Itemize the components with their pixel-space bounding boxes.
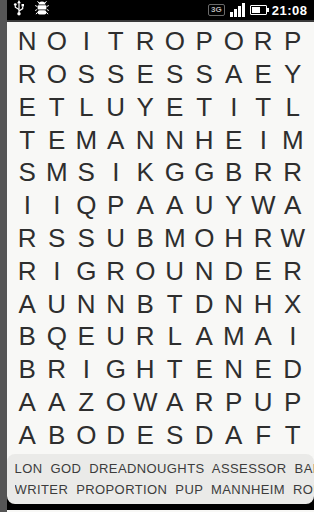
word-search-grid[interactable]: NOITROPORPROSSESSAEYETLUYETITLTEMANNHEIM… <box>7 22 314 454</box>
grid-cell-r10c10[interactable]: I <box>278 320 308 353</box>
grid-cell-r10c7[interactable]: A <box>190 320 220 353</box>
grid-cell-r7c5[interactable]: B <box>131 222 161 255</box>
grid-cell-r1c8[interactable]: O <box>219 25 249 58</box>
grid-cell-r13c7[interactable]: D <box>190 418 220 451</box>
grid-cell-r3c1[interactable]: E <box>13 91 43 124</box>
grid-cell-r12c8[interactable]: P <box>219 385 249 418</box>
grid-cell-r7c4[interactable]: U <box>101 222 131 255</box>
grid-cell-r11c3[interactable]: I <box>72 353 102 386</box>
grid-cell-r4c10[interactable]: M <box>278 123 308 156</box>
grid-cell-r7c7[interactable]: O <box>190 222 220 255</box>
grid-cell-r4c3[interactable]: M <box>72 123 102 156</box>
grid-cell-r1c9[interactable]: R <box>249 25 279 58</box>
grid-cell-r5c1[interactable]: S <box>13 156 43 189</box>
status-bar-left <box>13 0 50 20</box>
grid-cell-r6c9[interactable]: W <box>249 189 279 222</box>
grid-cell-r6c4[interactable]: P <box>101 189 131 222</box>
grid-cell-r1c3[interactable]: I <box>72 25 102 58</box>
grid-cell-r1c10[interactable]: P <box>278 25 308 58</box>
grid-cell-r6c10[interactable]: A <box>278 189 308 222</box>
grid-cell-r2c6[interactable]: S <box>160 58 190 91</box>
grid-cell-r6c5[interactable]: A <box>131 189 161 222</box>
status-bar: 3G 21:08 <box>7 0 314 22</box>
battery-icon <box>250 5 267 15</box>
grid-cell-r13c2[interactable]: B <box>42 418 72 451</box>
grid-cell-r9c6[interactable]: T <box>160 287 190 320</box>
grid-cell-r13c9[interactable]: F <box>249 418 279 451</box>
android-debug-icon <box>34 0 50 20</box>
grid-cell-r7c1[interactable]: R <box>13 222 43 255</box>
grid-cell-r8c2[interactable]: I <box>42 254 72 287</box>
grid-cell-r4c8[interactable]: E <box>219 123 249 156</box>
grid-cell-r5c8[interactable]: B <box>219 156 249 189</box>
grid-cell-r10c1[interactable]: B <box>13 320 43 353</box>
grid-cell-r11c5[interactable]: H <box>131 353 161 386</box>
grid-cell-r9c1[interactable]: A <box>13 287 43 320</box>
network-3g-icon: 3G <box>208 4 225 16</box>
grid-cell-r2c7[interactable]: S <box>190 58 220 91</box>
grid-cell-r3c3[interactable]: L <box>72 91 102 124</box>
grid-cell-r13c6[interactable]: S <box>160 418 190 451</box>
grid-cell-r12c5[interactable]: W <box>131 385 161 418</box>
status-bar-right: 3G 21:08 <box>208 3 307 18</box>
grid-cell-r4c2[interactable]: E <box>42 123 72 156</box>
grid-cell-r12c2[interactable]: A <box>42 385 72 418</box>
grid-cell-r7c2[interactable]: S <box>42 222 72 255</box>
grid-cell-r5c2[interactable]: M <box>42 156 72 189</box>
grid-cell-r4c4[interactable]: A <box>101 123 131 156</box>
grid-cell-r7c9[interactable]: R <box>249 222 279 255</box>
grid-cell-r7c10[interactable]: W <box>278 222 308 255</box>
grid-cell-r11c6[interactable]: T <box>160 353 190 386</box>
grid-cell-r1c4[interactable]: T <box>101 25 131 58</box>
grid-cell-r2c5[interactable]: E <box>131 58 161 91</box>
word-list-line-2: WRITER PROPORTION PUP MANNHEIM ROUNDER <box>15 479 314 500</box>
grid-cell-r13c8[interactable]: A <box>219 418 249 451</box>
grid-cell-r10c8[interactable]: M <box>219 320 249 353</box>
grid-cell-r13c5[interactable]: E <box>131 418 161 451</box>
grid-cell-r3c4[interactable]: U <box>101 91 131 124</box>
grid-cell-r9c5[interactable]: B <box>131 287 161 320</box>
grid-cell-r8c4[interactable]: R <box>101 254 131 287</box>
grid-cell-r1c6[interactable]: O <box>160 25 190 58</box>
grid-cell-r1c7[interactable]: P <box>190 25 220 58</box>
grid-cell-r1c1[interactable]: N <box>13 25 43 58</box>
grid-cell-r8c9[interactable]: E <box>249 254 279 287</box>
grid-cell-r9c2[interactable]: U <box>42 287 72 320</box>
grid-cell-r8c5[interactable]: O <box>131 254 161 287</box>
grid-cell-r9c4[interactable]: N <box>101 287 131 320</box>
grid-cell-r8c6[interactable]: U <box>160 254 190 287</box>
grid-cell-r4c1[interactable]: T <box>13 123 43 156</box>
grid-cell-r9c3[interactable]: N <box>72 287 102 320</box>
grid-cell-r5c3[interactable]: S <box>72 156 102 189</box>
grid-cell-r1c5[interactable]: R <box>131 25 161 58</box>
grid-cell-r5c10[interactable]: R <box>278 156 308 189</box>
grid-cell-r9c9[interactable]: H <box>249 287 279 320</box>
grid-cell-r8c10[interactable]: R <box>278 254 308 287</box>
grid-cell-r4c6[interactable]: N <box>160 123 190 156</box>
grid-cell-r3c7[interactable]: T <box>190 91 220 124</box>
grid-cell-r12c10[interactable]: P <box>278 385 308 418</box>
grid-cell-r11c8[interactable]: N <box>219 353 249 386</box>
grid-cell-r2c8[interactable]: A <box>219 58 249 91</box>
grid-cell-r13c1[interactable]: A <box>13 418 43 451</box>
grid-cell-r7c6[interactable]: M <box>160 222 190 255</box>
grid-cell-r2c10[interactable]: Y <box>278 58 308 91</box>
grid-cell-r5c7[interactable]: G <box>190 156 220 189</box>
grid-cell-r12c3[interactable]: Z <box>72 385 102 418</box>
grid-cell-r8c7[interactable]: N <box>190 254 220 287</box>
grid-cell-r2c1[interactable]: R <box>13 58 43 91</box>
grid-cell-r13c3[interactable]: O <box>72 418 102 451</box>
grid-cell-r8c8[interactable]: D <box>219 254 249 287</box>
grid-cell-r12c4[interactable]: O <box>101 385 131 418</box>
word-list-panel: LON GOD DREADNOUGHTS ASSESSOR BARQUISIME… <box>7 454 314 504</box>
grid-cell-r10c6[interactable]: L <box>160 320 190 353</box>
status-clock: 21:08 <box>272 3 308 18</box>
grid-cell-r3c9[interactable]: T <box>249 91 279 124</box>
grid-cell-r2c9[interactable]: E <box>249 58 279 91</box>
grid-cell-r7c8[interactable]: H <box>219 222 249 255</box>
grid-cell-r2c3[interactable]: S <box>72 58 102 91</box>
grid-cell-r6c8[interactable]: Y <box>219 189 249 222</box>
grid-cell-r3c2[interactable]: T <box>42 91 72 124</box>
grid-cell-r3c6[interactable]: E <box>160 91 190 124</box>
grid-cell-r10c9[interactable]: A <box>249 320 279 353</box>
grid-cell-r13c10[interactable]: T <box>278 418 308 451</box>
grid-cell-r5c4[interactable]: I <box>101 156 131 189</box>
grid-cell-r11c9[interactable]: E <box>249 353 279 386</box>
grid-cell-r11c2[interactable]: R <box>42 353 72 386</box>
grid-cell-r6c7[interactable]: U <box>190 189 220 222</box>
grid-cell-r3c10[interactable]: L <box>278 91 308 124</box>
grid-cell-r6c2[interactable]: I <box>42 189 72 222</box>
grid-cell-r2c4[interactable]: S <box>101 58 131 91</box>
grid-cell-r5c5[interactable]: K <box>131 156 161 189</box>
grid-cell-r9c8[interactable]: N <box>219 287 249 320</box>
grid-cell-r6c6[interactable]: A <box>160 189 190 222</box>
grid-cell-r5c9[interactable]: R <box>249 156 279 189</box>
grid-cell-r7c3[interactable]: S <box>72 222 102 255</box>
grid-cell-r4c7[interactable]: H <box>190 123 220 156</box>
grid-cell-r10c3[interactable]: E <box>72 320 102 353</box>
grid-cell-r11c7[interactable]: E <box>190 353 220 386</box>
grid-cell-r12c1[interactable]: A <box>13 385 43 418</box>
grid-cell-r4c9[interactable]: I <box>249 123 279 156</box>
grid-cell-r3c8[interactable]: I <box>219 91 249 124</box>
grid-cell-r8c1[interactable]: R <box>13 254 43 287</box>
grid-cell-r11c10[interactable]: D <box>278 353 308 386</box>
grid-cell-r3c5[interactable]: Y <box>131 91 161 124</box>
grid-cell-r9c10[interactable]: X <box>278 287 308 320</box>
grid-cell-r4c5[interactable]: N <box>131 123 161 156</box>
grid-cell-r12c9[interactable]: U <box>249 385 279 418</box>
grid-cell-r12c6[interactable]: A <box>160 385 190 418</box>
grid-cell-r10c2[interactable]: Q <box>42 320 72 353</box>
grid-cell-r11c4[interactable]: G <box>101 353 131 386</box>
grid-cell-r8c3[interactable]: G <box>72 254 102 287</box>
grid-cell-r6c1[interactable]: I <box>13 189 43 222</box>
phone-screen: 3G 21:08 NOITROPORPROSSESSAEYETLUYETITLT… <box>7 0 314 512</box>
grid-cell-r1c2[interactable]: O <box>42 25 72 58</box>
usb-icon <box>13 0 25 20</box>
grid-cell-r13c4[interactable]: D <box>101 418 131 451</box>
grid-cell-r5c6[interactable]: G <box>160 156 190 189</box>
grid-cell-r11c1[interactable]: B <box>13 353 43 386</box>
bottom-section: LON GOD DREADNOUGHTS ASSESSOR BARQUISIME… <box>7 454 314 510</box>
grid-cell-r10c4[interactable]: U <box>101 320 131 353</box>
grid-cell-r6c3[interactable]: Q <box>72 189 102 222</box>
signal-strength-icon <box>230 3 245 17</box>
grid-cell-r9c7[interactable]: D <box>190 287 220 320</box>
grid-cell-r12c7[interactable]: R <box>190 385 220 418</box>
word-list-line-1: LON GOD DREADNOUGHTS ASSESSOR BARQUISIME… <box>15 458 314 479</box>
grid-cell-r10c5[interactable]: R <box>131 320 161 353</box>
grid-cell-r2c2[interactable]: O <box>42 58 72 91</box>
